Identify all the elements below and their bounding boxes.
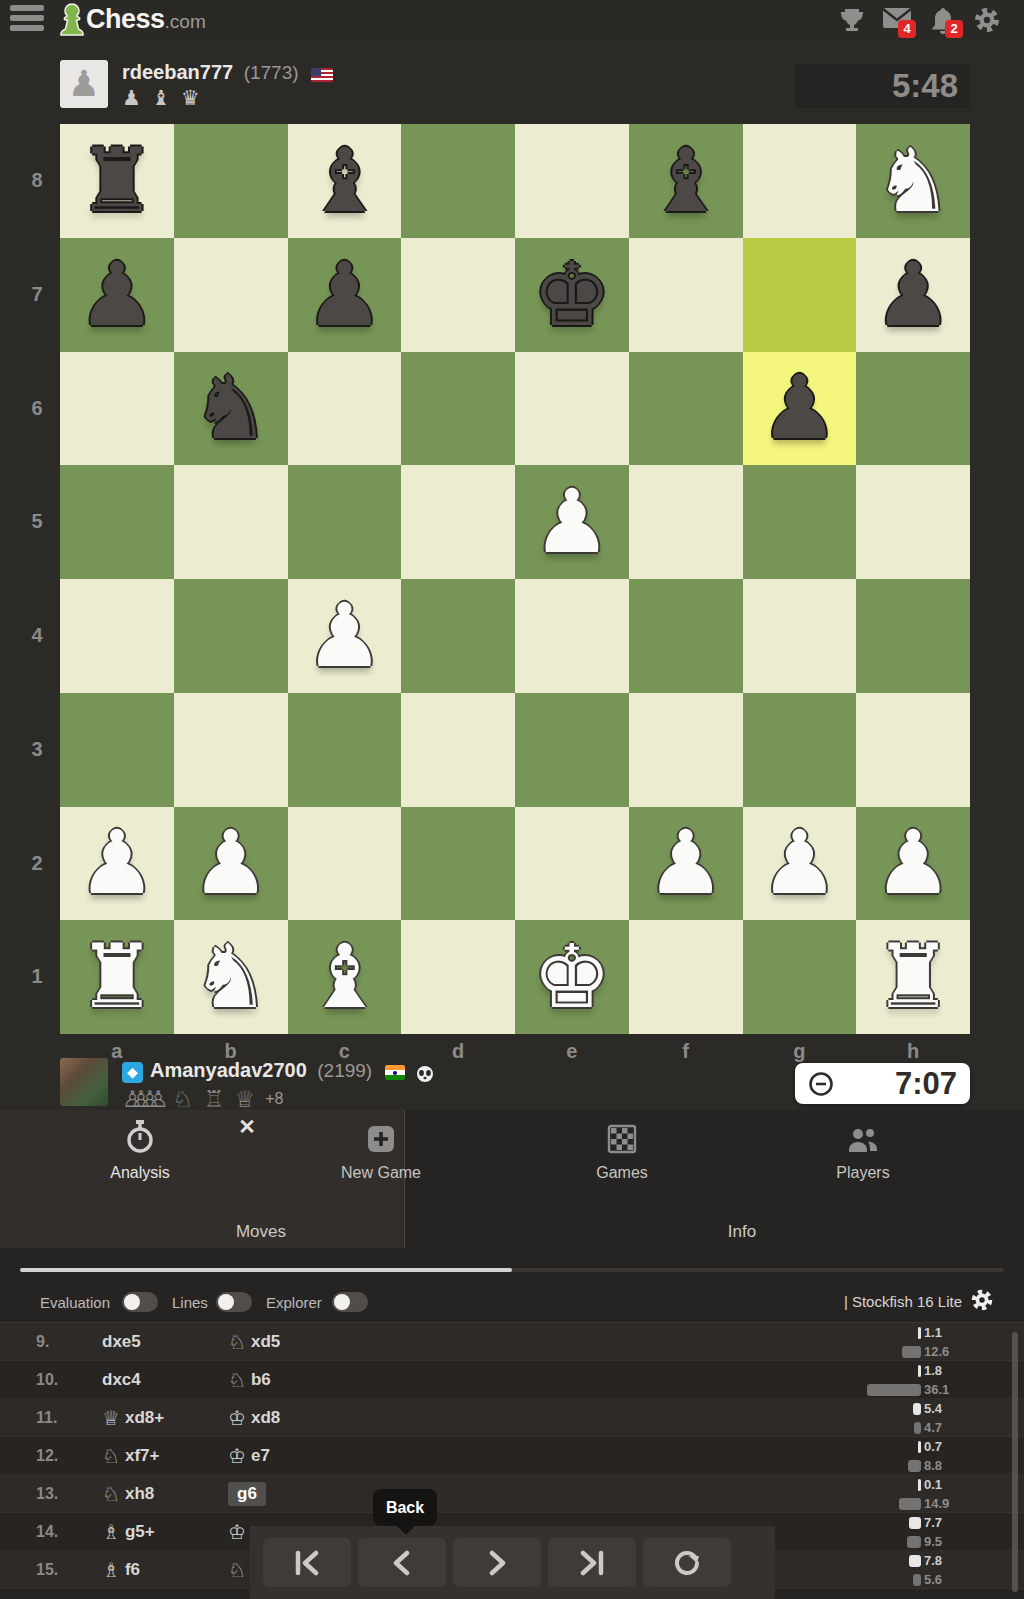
square-b2[interactable]: ♟	[174, 807, 288, 921]
square-a1[interactable]: ♜	[60, 920, 174, 1034]
black-time: 4.7	[914, 1418, 960, 1437]
piece-white-bishop: ♝	[305, 933, 384, 1021]
tab-games[interactable]: Games	[532, 1118, 712, 1198]
file-label-g: g	[743, 1040, 857, 1063]
time-bar	[908, 1460, 921, 1472]
bottom-clock-time: 7:07	[834, 1066, 970, 1102]
square-a4[interactable]	[60, 579, 174, 693]
mail-badge: 4	[898, 20, 916, 38]
move-text: f6	[125, 1560, 140, 1580]
time-bar	[913, 1403, 921, 1415]
minus-circle-icon	[808, 1071, 834, 1097]
square-f2[interactable]: ♟	[629, 807, 743, 921]
piece-white-rook: ♜	[874, 933, 953, 1021]
square-g3[interactable]	[743, 693, 857, 807]
bell-icon[interactable]: 2	[930, 6, 960, 34]
square-h8[interactable]: ♞	[856, 124, 970, 238]
square-d5[interactable]	[401, 465, 515, 579]
subtab-active-indicator	[20, 1268, 512, 1272]
evaluation-toggle-label: Evaluation	[40, 1294, 110, 1311]
file-label-e: e	[515, 1040, 629, 1063]
move-text: b6	[251, 1370, 271, 1390]
square-g5[interactable]	[743, 465, 857, 579]
black-time: 14.9	[899, 1494, 960, 1513]
white-move[interactable]: ♘xh8	[102, 1475, 154, 1513]
white-time: 1.1	[918, 1323, 960, 1342]
square-c5[interactable]	[288, 465, 402, 579]
figurine-K: ♔	[228, 1520, 246, 1544]
piece-white-pawn: ♟	[532, 478, 611, 566]
nav-strip	[250, 1526, 775, 1599]
square-f5[interactable]	[629, 465, 743, 579]
square-c3[interactable]	[288, 693, 402, 807]
time-bar	[907, 1536, 921, 1548]
time-bar	[909, 1517, 921, 1529]
square-f6[interactable]	[629, 352, 743, 466]
move-text: dxc4	[102, 1370, 141, 1390]
black-time: 36.1	[867, 1380, 960, 1399]
rank-label-6: 6	[22, 352, 52, 466]
bottom-player-name-row[interactable]: ◆Amanyadav2700 (2199)	[122, 1059, 435, 1083]
diamond-badge-icon: ◆	[122, 1062, 143, 1083]
move-row-12: 12.♘xf7+♔e70.78.8	[0, 1437, 1024, 1475]
square-b3[interactable]	[174, 693, 288, 807]
square-h5[interactable]	[856, 465, 970, 579]
figurine-K: ♔	[228, 1406, 246, 1430]
us-flag-icon	[311, 68, 333, 82]
square-b8[interactable]	[174, 124, 288, 238]
back-button[interactable]	[358, 1538, 446, 1587]
time-value: 7.7	[924, 1515, 960, 1530]
time-value: 1.1	[924, 1325, 960, 1340]
square-d3[interactable]	[401, 693, 515, 807]
square-e7[interactable]: ♚	[515, 238, 629, 352]
forward-button[interactable]	[453, 1538, 541, 1587]
white-time: 1.8	[918, 1361, 960, 1380]
piece-black-pawn: ♟	[305, 251, 384, 339]
avatar-bottom-player[interactable]	[60, 1058, 108, 1106]
white-move[interactable]: dxe5	[102, 1323, 141, 1361]
chess-board: ♜♝♝♞♟♟♚♟♞♟♟♟♟♟♟♟♟♜♞♝♚♜	[60, 124, 970, 1034]
move-row-13: 13.♘xh8g60.114.9	[0, 1475, 1024, 1513]
move-time-bars: 0.78.8	[864, 1437, 960, 1475]
top-bar: Chess.com 4 2	[0, 0, 1024, 38]
move-number: 11.	[36, 1399, 68, 1437]
top-player-clock: 5:48	[795, 64, 970, 108]
square-e6[interactable]	[515, 352, 629, 466]
white-time: 7.8	[909, 1551, 960, 1570]
square-f3[interactable]	[629, 693, 743, 807]
move-text: xd5	[251, 1332, 280, 1352]
move-time-bars: 7.85.6	[864, 1551, 960, 1589]
time-value: 0.7	[924, 1439, 960, 1454]
white-move[interactable]: dxc4	[102, 1361, 141, 1399]
time-bar	[918, 1327, 921, 1339]
white-time: 0.1	[918, 1475, 960, 1494]
figurine-N: ♘	[228, 1330, 246, 1354]
tab-players-label: Players	[773, 1164, 953, 1182]
move-time-bars: 0.114.9	[864, 1475, 960, 1513]
piece-black-knight: ♞	[191, 364, 270, 452]
subtab-info[interactable]: Info	[642, 1222, 842, 1242]
black-move[interactable]: ♘xd5	[228, 1323, 280, 1361]
evaluation-toggle[interactable]	[122, 1292, 158, 1312]
stopwatch-icon	[50, 1118, 230, 1154]
square-c4[interactable]: ♟	[288, 579, 402, 693]
black-move[interactable]: ♘	[228, 1551, 251, 1589]
square-d4[interactable]	[401, 579, 515, 693]
square-h1[interactable]: ♜	[856, 920, 970, 1034]
lines-toggle-label: Lines	[172, 1294, 208, 1311]
file-label-f: f	[629, 1040, 743, 1063]
time-value: 5.4	[924, 1401, 960, 1416]
square-e2[interactable]	[515, 807, 629, 921]
captured-pawns: ♙♙♙♙	[122, 1086, 156, 1112]
square-g1[interactable]	[743, 920, 857, 1034]
piece-black-pawn: ♟	[77, 251, 156, 339]
bottom-captured-pieces: ♙♙♙♙♘ ♖ ♕+8	[122, 1086, 283, 1113]
tab-analysis-label: Analysis	[50, 1164, 230, 1182]
time-bar	[899, 1498, 921, 1510]
time-bar	[914, 1422, 921, 1434]
reset-button[interactable]	[643, 1538, 731, 1587]
logo-word: Chess	[86, 4, 165, 35]
bottom-player-rating: (2199)	[317, 1060, 372, 1081]
rank-label-3: 3	[22, 693, 52, 807]
piece-black-king: ♚	[532, 251, 611, 339]
square-c8[interactable]: ♝	[288, 124, 402, 238]
tab-new-game[interactable]: New Game	[291, 1118, 471, 1198]
black-move[interactable]: ♔xd8	[228, 1399, 280, 1437]
move-text: e7	[251, 1446, 270, 1466]
square-g4[interactable]	[743, 579, 857, 693]
players-icon	[773, 1118, 953, 1154]
piece-white-rook: ♜	[77, 933, 156, 1021]
white-time: 7.7	[909, 1513, 960, 1532]
figurine-N: ♘	[228, 1368, 246, 1392]
figurine-N: ♘	[102, 1444, 120, 1468]
time-bar	[902, 1346, 921, 1358]
time-value: 1.8	[924, 1363, 960, 1378]
figurine-N: ♘	[102, 1482, 120, 1506]
india-flag-icon	[385, 1065, 405, 1080]
square-b7[interactable]	[174, 238, 288, 352]
square-b1[interactable]: ♞	[174, 920, 288, 1034]
white-move[interactable]: ♘xf7+	[102, 1437, 159, 1475]
black-move[interactable]: ♘b6	[228, 1361, 271, 1399]
move-time-bars: 1.836.1	[864, 1361, 960, 1399]
rank-label-1: 1	[22, 920, 52, 1034]
square-b4[interactable]	[174, 579, 288, 693]
top-captured-pieces: ♟ ♝ ♛	[122, 86, 202, 110]
piece-white-pawn: ♟	[874, 819, 953, 907]
trophy-icon[interactable]	[838, 6, 868, 34]
square-h3[interactable]	[856, 693, 970, 807]
square-f1[interactable]	[629, 920, 743, 1034]
bottom-player-name[interactable]: Amanyadav2700	[150, 1059, 307, 1081]
figurine-Q: ♕	[102, 1406, 120, 1430]
square-h4[interactable]	[856, 579, 970, 693]
square-c1[interactable]: ♝	[288, 920, 402, 1034]
square-h7[interactable]: ♟	[856, 238, 970, 352]
time-value: 8.8	[924, 1458, 960, 1473]
file-label-h: h	[856, 1040, 970, 1063]
square-f7[interactable]	[629, 238, 743, 352]
square-d6[interactable]	[401, 352, 515, 466]
black-move[interactable]: ♔e7	[228, 1437, 270, 1475]
time-value: 5.6	[924, 1572, 960, 1587]
jump-end-button[interactable]	[548, 1538, 636, 1587]
move-time-bars: 1.112.6	[864, 1323, 960, 1361]
bottom-player-clock: 7:07	[795, 1063, 970, 1104]
square-e3[interactable]	[515, 693, 629, 807]
move-text: xd8	[251, 1408, 280, 1428]
square-g8[interactable]	[743, 124, 857, 238]
move-row-11: 11.♕xd8+♔xd85.44.7	[0, 1399, 1024, 1437]
avatar-top-player[interactable]: ♟	[60, 60, 108, 108]
time-bar	[918, 1441, 921, 1453]
black-move[interactable]: g6	[228, 1475, 266, 1513]
figurine-B: ♗	[102, 1520, 120, 1544]
piece-white-knight: ♞	[191, 933, 270, 1021]
move-number: 15.	[36, 1551, 68, 1589]
square-d1[interactable]	[401, 920, 515, 1034]
mail-icon[interactable]: 4	[882, 6, 912, 34]
rank-label-8: 8	[22, 124, 52, 238]
black-time: 5.6	[913, 1570, 960, 1589]
piece-white-king: ♚	[532, 933, 611, 1021]
back-tooltip: Back	[373, 1489, 437, 1526]
engine-settings-gear-icon[interactable]	[970, 1288, 994, 1312]
piece-white-pawn: ♟	[305, 592, 384, 680]
panda-emoji	[415, 1063, 435, 1083]
chesscom-logo[interactable]: Chess.com	[58, 1, 206, 37]
move-row-9: 9.dxe5♘xd51.112.6	[0, 1323, 1024, 1361]
explorer-toggle[interactable]	[332, 1292, 368, 1312]
black-move[interactable]: ♔	[228, 1513, 251, 1551]
black-time: 12.6	[902, 1342, 960, 1361]
move-number: 14.	[36, 1513, 68, 1551]
figurine-K: ♔	[228, 1444, 246, 1468]
lines-toggle[interactable]	[216, 1292, 252, 1312]
time-value: 0.1	[924, 1477, 960, 1492]
piece-black-pawn: ♟	[760, 364, 839, 452]
explorer-toggle-label: Explorer	[266, 1294, 322, 1311]
tab-players[interactable]: Players	[773, 1118, 953, 1198]
piece-black-rook: ♜	[77, 137, 156, 225]
move-number: 13.	[36, 1475, 68, 1513]
time-value: 12.6	[924, 1344, 960, 1359]
move-number: 9.	[36, 1323, 68, 1361]
material-advantage: +8	[265, 1090, 283, 1107]
top-player-name-row[interactable]: rdeeban777 (1773)	[122, 61, 333, 84]
time-bar	[918, 1365, 921, 1377]
white-time: 0.7	[918, 1437, 960, 1456]
subtab-moves[interactable]: Moves	[161, 1222, 361, 1242]
piece-white-pawn: ♟	[77, 819, 156, 907]
square-a8[interactable]: ♜	[60, 124, 174, 238]
square-e1[interactable]: ♚	[515, 920, 629, 1034]
rank-label-2: 2	[22, 807, 52, 921]
time-bar	[913, 1574, 921, 1586]
black-time: 9.5	[907, 1532, 960, 1551]
square-a6[interactable]	[60, 352, 174, 466]
white-move[interactable]: ♗f6	[102, 1551, 140, 1589]
rank-label-7: 7	[22, 238, 52, 352]
move-text: xf7+	[125, 1446, 160, 1466]
piece-white-pawn: ♟	[191, 819, 270, 907]
figurine-B: ♗	[102, 1558, 120, 1582]
tab-new-game-label: New Game	[291, 1164, 471, 1182]
top-player-rating: (1773)	[244, 62, 299, 83]
move-number: 10.	[36, 1361, 68, 1399]
time-value: 14.9	[924, 1496, 960, 1511]
time-bar	[867, 1384, 921, 1396]
square-e8[interactable]	[515, 124, 629, 238]
move-time-bars: 7.79.5	[864, 1513, 960, 1551]
piece-white-pawn: ♟	[646, 819, 725, 907]
square-f4[interactable]	[629, 579, 743, 693]
gear-icon[interactable]	[973, 6, 1003, 34]
square-f8[interactable]: ♝	[629, 124, 743, 238]
piece-black-pawn: ♟	[874, 251, 953, 339]
jump-start-button[interactable]	[263, 1538, 351, 1587]
square-h2[interactable]: ♟	[856, 807, 970, 921]
checkerboard-icon	[532, 1118, 712, 1154]
square-e5[interactable]: ♟	[515, 465, 629, 579]
piece-white-knight: ♞	[874, 137, 953, 225]
square-g6[interactable]: ♟	[743, 352, 857, 466]
time-value: 7.8	[924, 1553, 960, 1568]
square-b5[interactable]	[174, 465, 288, 579]
rank-label-4: 4	[22, 579, 52, 693]
selected-move-text: g6	[228, 1482, 266, 1506]
figurine-N: ♘	[228, 1558, 246, 1582]
square-g2[interactable]: ♟	[743, 807, 857, 921]
move-text: dxe5	[102, 1332, 141, 1352]
time-value: 4.7	[924, 1420, 960, 1435]
time-value: 36.1	[924, 1382, 960, 1397]
move-number: 12.	[36, 1437, 68, 1475]
move-time-bars: 5.44.7	[864, 1399, 960, 1437]
chess-app: Chess.com 4 2 ♟ rdeeban777 (1773) ♟ ♝ ♛ …	[0, 0, 1024, 1599]
bell-badge: 2	[945, 20, 963, 38]
plus-square-icon	[291, 1118, 471, 1154]
square-a7[interactable]: ♟	[60, 238, 174, 352]
square-a3[interactable]	[60, 693, 174, 807]
square-d2[interactable]	[401, 807, 515, 921]
piece-white-pawn: ♟	[760, 819, 839, 907]
piece-black-bishop: ♝	[646, 137, 725, 225]
move-text: g5+	[125, 1522, 155, 1542]
black-time: 8.8	[908, 1456, 960, 1475]
square-c2[interactable]	[288, 807, 402, 921]
rank-labels: 87654321	[22, 124, 52, 1034]
square-h6[interactable]	[856, 352, 970, 466]
engine-label: | Stockfish 16 Lite	[844, 1293, 962, 1310]
square-c6[interactable]	[288, 352, 402, 466]
square-d8[interactable]	[401, 124, 515, 238]
white-time: 5.4	[913, 1399, 960, 1418]
move-text: xh8	[125, 1484, 154, 1504]
square-a5[interactable]	[60, 465, 174, 579]
square-c7[interactable]: ♟	[288, 238, 402, 352]
piece-black-bishop: ♝	[305, 137, 384, 225]
time-bar	[909, 1555, 921, 1567]
move-row-10: 10.dxc4♘b61.836.1	[0, 1361, 1024, 1399]
hamburger-menu-icon[interactable]	[10, 5, 46, 33]
white-move[interactable]: ♕xd8+	[102, 1399, 164, 1437]
square-g7[interactable]	[743, 238, 857, 352]
analysis-sheet: Analysis ✕ New Game Games	[0, 1110, 1024, 1599]
tab-games-label: Games	[532, 1164, 712, 1182]
close-icon[interactable]: ✕	[232, 1112, 262, 1142]
square-b6[interactable]: ♞	[174, 352, 288, 466]
time-value: 9.5	[924, 1534, 960, 1549]
logo-pawn-icon	[58, 2, 86, 36]
captured-minor-major: ♘ ♖ ♕	[172, 1086, 257, 1112]
square-a2[interactable]: ♟	[60, 807, 174, 921]
move-list-scrollbar[interactable]	[1012, 1332, 1018, 1592]
white-move[interactable]: ♗g5+	[102, 1513, 155, 1551]
move-text: xd8+	[125, 1408, 164, 1428]
logo-suffix: .com	[165, 11, 206, 33]
square-d7[interactable]	[401, 238, 515, 352]
top-player-name[interactable]: rdeeban777	[122, 61, 233, 83]
square-e4[interactable]	[515, 579, 629, 693]
tab-analysis[interactable]: Analysis	[50, 1118, 230, 1198]
rank-label-5: 5	[22, 465, 52, 579]
time-bar	[918, 1479, 921, 1491]
